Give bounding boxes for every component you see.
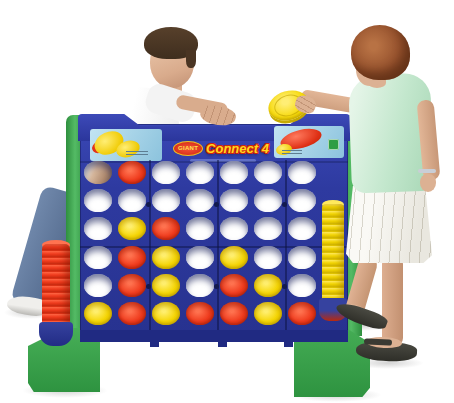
empty-hole xyxy=(152,189,180,212)
cell-r4c6[interactable] xyxy=(251,243,285,271)
cell-r1c6[interactable] xyxy=(251,158,285,186)
panel-clip xyxy=(284,341,293,347)
cell-r2c3[interactable] xyxy=(149,186,183,214)
cell-r1c5[interactable] xyxy=(217,158,251,186)
cell-r6c7[interactable] xyxy=(285,300,319,328)
right-player-skirt xyxy=(346,186,432,263)
cell-r3c5[interactable] xyxy=(217,215,251,243)
cell-r2c1[interactable] xyxy=(81,186,115,214)
maker-logo-icon xyxy=(328,139,339,150)
empty-hole xyxy=(288,161,316,184)
yellow-disc xyxy=(152,246,180,269)
right-player-hand xyxy=(420,174,436,192)
cell-r4c7[interactable] xyxy=(285,243,319,271)
giant-connect4-scene: GIANT Connect 4 xyxy=(0,0,454,403)
empty-hole xyxy=(254,246,282,269)
bracelet xyxy=(418,169,436,173)
empty-hole xyxy=(84,161,112,184)
empty-hole xyxy=(186,246,214,269)
empty-hole xyxy=(186,217,214,240)
giant-badge: GIANT xyxy=(173,141,203,156)
yellow-disc-rack xyxy=(322,204,344,302)
panel-clip xyxy=(150,341,159,347)
red-disc xyxy=(288,302,316,325)
yellow-disc xyxy=(152,302,180,325)
cell-r2c6[interactable] xyxy=(251,186,285,214)
yellow-disc xyxy=(254,302,282,325)
empty-hole xyxy=(220,189,248,212)
red-disc xyxy=(118,302,146,325)
cell-r4c4[interactable] xyxy=(183,243,217,271)
empty-hole xyxy=(254,161,282,184)
board-grid xyxy=(81,158,319,328)
empty-hole xyxy=(118,189,146,212)
cell-r5c7[interactable] xyxy=(285,271,319,299)
cell-r4c3[interactable] xyxy=(149,243,183,271)
right-player-hair xyxy=(351,25,410,80)
red-disc xyxy=(118,274,146,297)
cell-r2c2[interactable] xyxy=(115,186,149,214)
cell-r3c7[interactable] xyxy=(285,215,319,243)
red-disc xyxy=(220,274,248,297)
cell-r1c7[interactable] xyxy=(285,158,319,186)
empty-hole xyxy=(220,161,248,184)
empty-hole xyxy=(254,189,282,212)
yellow-disc xyxy=(152,274,180,297)
cell-r6c2[interactable] xyxy=(115,300,149,328)
empty-hole xyxy=(186,274,214,297)
cell-r5c6[interactable] xyxy=(251,271,285,299)
cell-r2c7[interactable] xyxy=(285,186,319,214)
empty-hole xyxy=(288,189,316,212)
empty-hole xyxy=(288,274,316,297)
cell-r2c5[interactable] xyxy=(217,186,251,214)
red-disc xyxy=(220,302,248,325)
cell-r4c2[interactable] xyxy=(115,243,149,271)
cell-r6c4[interactable] xyxy=(183,300,217,328)
red-disc xyxy=(118,161,146,184)
cell-r6c3[interactable] xyxy=(149,300,183,328)
red-disc xyxy=(118,246,146,269)
yellow-disc xyxy=(118,217,146,240)
empty-hole xyxy=(254,217,282,240)
cell-r5c2[interactable] xyxy=(115,271,149,299)
empty-hole xyxy=(288,246,316,269)
yellow-disc xyxy=(220,246,248,269)
cell-r1c1[interactable] xyxy=(81,158,115,186)
empty-hole xyxy=(288,217,316,240)
cell-r3c1[interactable] xyxy=(81,215,115,243)
cell-r4c5[interactable] xyxy=(217,243,251,271)
cell-r6c5[interactable] xyxy=(217,300,251,328)
right-player-leg xyxy=(382,256,403,346)
board-bottom-rail xyxy=(80,330,348,342)
cell-r6c6[interactable] xyxy=(251,300,285,328)
panel-clip xyxy=(218,341,227,347)
cell-r1c4[interactable] xyxy=(183,158,217,186)
cell-r5c5[interactable] xyxy=(217,271,251,299)
cell-r5c4[interactable] xyxy=(183,271,217,299)
cell-r5c3[interactable] xyxy=(149,271,183,299)
yellow-disc xyxy=(84,302,112,325)
empty-hole xyxy=(152,161,180,184)
red-rack-holder xyxy=(39,322,73,346)
yellow-disc xyxy=(254,274,282,297)
empty-hole xyxy=(84,246,112,269)
cell-r3c4[interactable] xyxy=(183,215,217,243)
cell-r3c6[interactable] xyxy=(251,215,285,243)
empty-hole xyxy=(84,189,112,212)
sticker-fine-print xyxy=(282,150,302,154)
cell-r1c3[interactable] xyxy=(149,158,183,186)
empty-hole xyxy=(84,274,112,297)
cell-r5c1[interactable] xyxy=(81,271,115,299)
empty-hole xyxy=(84,217,112,240)
cell-r6c1[interactable] xyxy=(81,300,115,328)
empty-hole xyxy=(186,161,214,184)
logo: GIANT Connect 4 xyxy=(166,136,276,160)
left-player-hair xyxy=(186,50,196,68)
sticker-fine-print xyxy=(126,151,148,157)
right-branding-sticker xyxy=(274,126,344,158)
left-branding-sticker xyxy=(90,129,162,161)
red-disc xyxy=(152,217,180,240)
red-disc-rack xyxy=(42,244,70,328)
cell-r2c4[interactable] xyxy=(183,186,217,214)
empty-hole xyxy=(220,217,248,240)
cell-r1c2[interactable] xyxy=(115,158,149,186)
empty-hole xyxy=(186,189,214,212)
connect4-logo-text: Connect 4 xyxy=(206,141,269,156)
red-disc xyxy=(186,302,214,325)
cell-r3c2[interactable] xyxy=(115,215,149,243)
cell-r4c1[interactable] xyxy=(81,243,115,271)
cell-r3c3[interactable] xyxy=(149,215,183,243)
